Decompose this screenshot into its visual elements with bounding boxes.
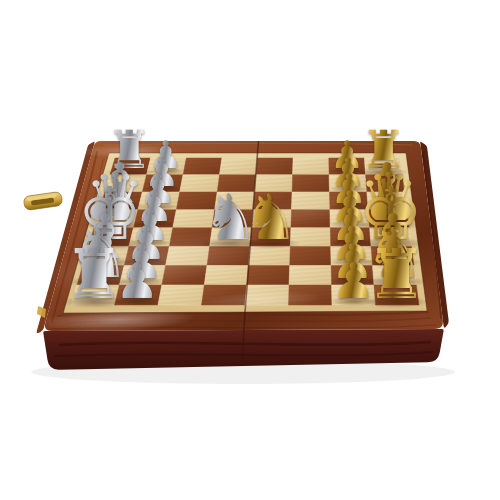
piece-gold-knight[interactable]: ♞ <box>242 186 299 249</box>
product-photo-stage: ♜♟♟♜♟♟♝♟♟♝♛♟♟♛♚♟♞♞♟♚♝♟♟♝♞♟♟♞♜♟♟♜ <box>0 0 500 500</box>
piece-silver-pawn[interactable]: ♟ <box>115 256 159 305</box>
pieces-layer: ♜♟♟♜♟♟♝♟♟♝♛♟♟♛♚♟♞♞♟♚♝♟♟♝♞♟♟♞♜♟♟♜ <box>0 0 500 500</box>
piece-gold-rook[interactable]: ♜ <box>366 240 427 309</box>
